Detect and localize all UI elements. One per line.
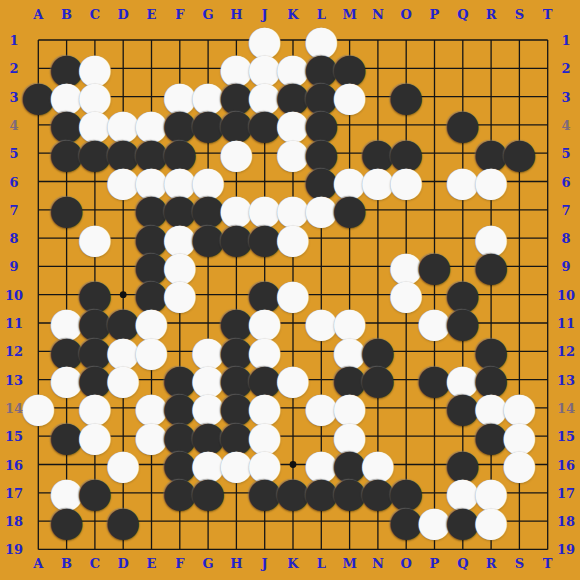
empty-point-C18[interactable] [81,507,109,535]
empty-point-F1[interactable] [166,26,194,54]
white-stone-J1[interactable]: ● [251,26,279,54]
black-stone-J8[interactable]: ● [251,224,279,252]
white-stone-G6[interactable]: ● [194,167,222,195]
empty-point-L15[interactable] [307,422,335,450]
empty-point-M1[interactable] [335,26,363,54]
empty-point-O14[interactable] [392,394,420,422]
black-stone-H12[interactable]: ● [222,337,250,365]
black-stone-H8[interactable]: ● [222,224,250,252]
white-stone-O6[interactable]: ● [392,167,420,195]
empty-point-J6[interactable] [251,167,279,195]
empty-point-G1[interactable] [194,26,222,54]
black-stone-M16[interactable]: ● [335,450,363,478]
empty-point-E17[interactable] [137,479,165,507]
empty-point-H17[interactable] [222,479,250,507]
black-stone-D5[interactable]: ● [109,139,137,167]
empty-point-N9[interactable] [364,252,392,280]
white-stone-J15[interactable]: ● [251,422,279,450]
white-stone-G16[interactable]: ● [194,450,222,478]
white-stone-M14[interactable]: ● [335,394,363,422]
empty-point-O1[interactable] [392,26,420,54]
black-stone-M2[interactable]: ● [335,54,363,82]
empty-point-K9[interactable] [279,252,307,280]
empty-point-H1[interactable] [222,26,250,54]
black-stone-J17[interactable]: ● [251,479,279,507]
black-stone-P13[interactable]: ● [420,365,448,393]
empty-point-G2[interactable] [194,54,222,82]
empty-point-S4[interactable] [505,111,533,139]
black-stone-L2[interactable]: ● [307,54,335,82]
white-stone-N16[interactable]: ● [364,450,392,478]
empty-point-S1[interactable] [505,26,533,54]
empty-point-R2[interactable] [477,54,505,82]
black-stone-H4[interactable]: ● [222,111,250,139]
empty-point-A5[interactable] [24,139,52,167]
white-stone-C15[interactable]: ● [81,422,109,450]
empty-point-L9[interactable] [307,252,335,280]
black-stone-B15[interactable]: ● [52,422,80,450]
black-stone-A3[interactable]: ● [24,82,52,110]
empty-point-J5[interactable] [251,139,279,167]
empty-point-S17[interactable] [505,479,533,507]
white-stone-K4[interactable]: ● [279,111,307,139]
empty-point-N15[interactable] [364,422,392,450]
black-stone-Q10[interactable]: ● [449,281,477,309]
empty-point-E13[interactable] [137,365,165,393]
empty-point-P8[interactable] [420,224,448,252]
white-stone-K5[interactable]: ● [279,139,307,167]
empty-point-R10[interactable] [477,281,505,309]
empty-point-O4[interactable] [392,111,420,139]
white-stone-Q17[interactable]: ● [449,479,477,507]
white-stone-M11[interactable]: ● [335,309,363,337]
white-stone-H2[interactable]: ● [222,54,250,82]
black-stone-N17[interactable]: ● [364,479,392,507]
empty-point-P7[interactable] [420,196,448,224]
empty-point-M18[interactable] [335,507,363,535]
white-stone-J16[interactable]: ● [251,450,279,478]
white-stone-J2[interactable]: ● [251,54,279,82]
empty-point-B6[interactable] [52,167,80,195]
empty-point-C9[interactable] [81,252,109,280]
empty-point-L18[interactable] [307,507,335,535]
black-stone-Q14[interactable]: ● [449,394,477,422]
white-stone-M6[interactable]: ● [335,167,363,195]
empty-point-O16[interactable] [392,450,420,478]
black-stone-R5[interactable]: ● [477,139,505,167]
black-stone-O18[interactable]: ● [392,507,420,535]
empty-point-S11[interactable] [505,309,533,337]
empty-point-D10[interactable] [109,281,137,309]
black-stone-N12[interactable]: ● [364,337,392,365]
empty-point-S10[interactable] [505,281,533,309]
empty-point-L8[interactable] [307,224,335,252]
black-stone-K17[interactable]: ● [279,479,307,507]
empty-point-E2[interactable] [137,54,165,82]
white-stone-H5[interactable]: ● [222,139,250,167]
empty-point-K18[interactable] [279,507,307,535]
black-stone-F17[interactable]: ● [166,479,194,507]
empty-point-D8[interactable] [109,224,137,252]
black-stone-C17[interactable]: ● [81,479,109,507]
black-stone-Q4[interactable]: ● [449,111,477,139]
black-stone-G15[interactable]: ● [194,422,222,450]
black-stone-E8[interactable]: ● [137,224,165,252]
white-stone-K13[interactable]: ● [279,365,307,393]
empty-point-P14[interactable] [420,394,448,422]
empty-point-H10[interactable] [222,281,250,309]
black-stone-L6[interactable]: ● [307,167,335,195]
empty-point-Q15[interactable] [449,422,477,450]
empty-point-G5[interactable] [194,139,222,167]
empty-point-N4[interactable] [364,111,392,139]
black-stone-M17[interactable]: ● [335,479,363,507]
empty-point-O2[interactable] [392,54,420,82]
empty-point-A15[interactable] [24,422,52,450]
white-stone-E12[interactable]: ● [137,337,165,365]
empty-point-B9[interactable] [52,252,80,280]
white-stone-S14[interactable]: ● [505,394,533,422]
empty-point-E3[interactable] [137,82,165,110]
empty-point-A4[interactable] [24,111,52,139]
black-stone-J4[interactable]: ● [251,111,279,139]
white-stone-F6[interactable]: ● [166,167,194,195]
black-stone-C10[interactable]: ● [81,281,109,309]
black-stone-G4[interactable]: ● [194,111,222,139]
black-stone-M13[interactable]: ● [335,365,363,393]
black-stone-F4[interactable]: ● [166,111,194,139]
empty-point-T6[interactable] [533,167,561,195]
empty-point-R16[interactable] [477,450,505,478]
white-stone-E14[interactable]: ● [137,394,165,422]
empty-point-O12[interactable] [392,337,420,365]
empty-point-S12[interactable] [505,337,533,365]
black-stone-L3[interactable]: ● [307,82,335,110]
black-stone-C5[interactable]: ● [81,139,109,167]
empty-point-M10[interactable] [335,281,363,309]
empty-point-P5[interactable] [420,139,448,167]
black-stone-N5[interactable]: ● [364,139,392,167]
white-stone-R8[interactable]: ● [477,224,505,252]
empty-point-P4[interactable] [420,111,448,139]
empty-point-O8[interactable] [392,224,420,252]
white-stone-K8[interactable]: ● [279,224,307,252]
white-stone-C8[interactable]: ● [81,224,109,252]
empty-point-R3[interactable] [477,82,505,110]
empty-point-G11[interactable] [194,309,222,337]
white-stone-E6[interactable]: ● [137,167,165,195]
black-stone-B4[interactable]: ● [52,111,80,139]
black-stone-F13[interactable]: ● [166,365,194,393]
empty-point-P2[interactable] [420,54,448,82]
empty-point-R11[interactable] [477,309,505,337]
black-stone-C13[interactable]: ● [81,365,109,393]
white-stone-H7[interactable]: ● [222,196,250,224]
empty-point-B8[interactable] [52,224,80,252]
empty-point-L12[interactable] [307,337,335,365]
empty-point-L10[interactable] [307,281,335,309]
white-stone-J12[interactable]: ● [251,337,279,365]
empty-point-K16[interactable] [279,450,307,478]
black-stone-C12[interactable]: ● [81,337,109,365]
white-stone-K10[interactable]: ● [279,281,307,309]
black-stone-F16[interactable]: ● [166,450,194,478]
empty-point-K14[interactable] [279,394,307,422]
black-stone-D11[interactable]: ● [109,309,137,337]
empty-point-N7[interactable] [364,196,392,224]
empty-point-A18[interactable] [24,507,52,535]
empty-point-Q9[interactable] [449,252,477,280]
empty-point-Q2[interactable] [449,54,477,82]
empty-point-S2[interactable] [505,54,533,82]
black-stone-H14[interactable]: ● [222,394,250,422]
empty-point-T2[interactable] [533,54,561,82]
black-stone-G7[interactable]: ● [194,196,222,224]
empty-point-P3[interactable] [420,82,448,110]
empty-point-M5[interactable] [335,139,363,167]
empty-point-K12[interactable] [279,337,307,365]
white-stone-C14[interactable]: ● [81,394,109,422]
empty-point-D9[interactable] [109,252,137,280]
empty-point-K6[interactable] [279,167,307,195]
empty-point-T7[interactable] [533,196,561,224]
white-stone-F10[interactable]: ● [166,281,194,309]
white-stone-F8[interactable]: ● [166,224,194,252]
white-stone-E11[interactable]: ● [137,309,165,337]
black-stone-H13[interactable]: ● [222,365,250,393]
white-stone-G3[interactable]: ● [194,82,222,110]
empty-point-E18[interactable] [137,507,165,535]
white-stone-G14[interactable]: ● [194,394,222,422]
white-stone-F9[interactable]: ● [166,252,194,280]
white-stone-C4[interactable]: ● [81,111,109,139]
empty-point-N1[interactable] [364,26,392,54]
black-stone-O17[interactable]: ● [392,479,420,507]
white-stone-K2[interactable]: ● [279,54,307,82]
empty-point-K1[interactable] [279,26,307,54]
empty-point-B16[interactable] [52,450,80,478]
empty-point-P17[interactable] [420,479,448,507]
empty-point-C7[interactable] [81,196,109,224]
empty-point-A2[interactable] [24,54,52,82]
white-stone-E15[interactable]: ● [137,422,165,450]
black-stone-G8[interactable]: ● [194,224,222,252]
empty-point-S13[interactable] [505,365,533,393]
white-stone-K7[interactable]: ● [279,196,307,224]
white-stone-L1[interactable]: ● [307,26,335,54]
empty-point-H18[interactable] [222,507,250,535]
white-stone-H16[interactable]: ● [222,450,250,478]
black-stone-L5[interactable]: ● [307,139,335,167]
empty-point-A7[interactable] [24,196,52,224]
white-stone-J3[interactable]: ● [251,82,279,110]
empty-point-T4[interactable] [533,111,561,139]
empty-point-Q7[interactable] [449,196,477,224]
empty-point-G18[interactable] [194,507,222,535]
white-stone-D16[interactable]: ● [109,450,137,478]
empty-point-G10[interactable] [194,281,222,309]
white-stone-D12[interactable]: ● [109,337,137,365]
empty-point-F2[interactable] [166,54,194,82]
black-stone-R15[interactable]: ● [477,422,505,450]
white-stone-M3[interactable]: ● [335,82,363,110]
empty-point-F12[interactable] [166,337,194,365]
empty-point-A9[interactable] [24,252,52,280]
empty-point-A8[interactable] [24,224,52,252]
empty-point-P1[interactable] [420,26,448,54]
empty-point-N8[interactable] [364,224,392,252]
white-stone-J14[interactable]: ● [251,394,279,422]
empty-point-Q5[interactable] [449,139,477,167]
empty-point-K15[interactable] [279,422,307,450]
white-stone-B3[interactable]: ● [52,82,80,110]
empty-point-D2[interactable] [109,54,137,82]
white-stone-M12[interactable]: ● [335,337,363,365]
black-stone-R9[interactable]: ● [477,252,505,280]
white-stone-J7[interactable]: ● [251,196,279,224]
white-stone-B11[interactable]: ● [52,309,80,337]
white-stone-R14[interactable]: ● [477,394,505,422]
empty-point-S7[interactable] [505,196,533,224]
empty-point-A16[interactable] [24,450,52,478]
black-stone-S5[interactable]: ● [505,139,533,167]
empty-point-D3[interactable] [109,82,137,110]
empty-point-S9[interactable] [505,252,533,280]
empty-point-B1[interactable] [52,26,80,54]
white-stone-P18[interactable]: ● [420,507,448,535]
empty-point-M8[interactable] [335,224,363,252]
empty-point-S3[interactable] [505,82,533,110]
empty-point-H6[interactable] [222,167,250,195]
black-stone-J13[interactable]: ● [251,365,279,393]
empty-point-N3[interactable] [364,82,392,110]
empty-point-J9[interactable] [251,252,279,280]
empty-point-J18[interactable] [251,507,279,535]
black-stone-H3[interactable]: ● [222,82,250,110]
black-stone-O5[interactable]: ● [392,139,420,167]
white-stone-E4[interactable]: ● [137,111,165,139]
empty-point-D7[interactable] [109,196,137,224]
black-stone-L17[interactable]: ● [307,479,335,507]
white-stone-D13[interactable]: ● [109,365,137,393]
white-stone-L11[interactable]: ● [307,309,335,337]
empty-point-S18[interactable] [505,507,533,535]
white-stone-R17[interactable]: ● [477,479,505,507]
black-stone-L4[interactable]: ● [307,111,335,139]
empty-point-T8[interactable] [533,224,561,252]
white-stone-B13[interactable]: ● [52,365,80,393]
empty-point-D1[interactable] [109,26,137,54]
empty-point-N2[interactable] [364,54,392,82]
empty-point-A12[interactable] [24,337,52,365]
empty-point-M4[interactable] [335,111,363,139]
empty-point-N14[interactable] [364,394,392,422]
empty-point-Q1[interactable] [449,26,477,54]
empty-point-H9[interactable] [222,252,250,280]
empty-point-O13[interactable] [392,365,420,393]
empty-point-N11[interactable] [364,309,392,337]
empty-point-P12[interactable] [420,337,448,365]
black-stone-G17[interactable]: ● [194,479,222,507]
white-stone-D4[interactable]: ● [109,111,137,139]
white-stone-J11[interactable]: ● [251,309,279,337]
black-stone-B2[interactable]: ● [52,54,80,82]
empty-point-E1[interactable] [137,26,165,54]
empty-point-A1[interactable] [24,26,52,54]
empty-point-B14[interactable] [52,394,80,422]
black-stone-K3[interactable]: ● [279,82,307,110]
empty-point-O11[interactable] [392,309,420,337]
empty-point-T1[interactable] [533,26,561,54]
white-stone-P11[interactable]: ● [420,309,448,337]
black-stone-R12[interactable]: ● [477,337,505,365]
black-stone-E9[interactable]: ● [137,252,165,280]
empty-point-O7[interactable] [392,196,420,224]
white-stone-L16[interactable]: ● [307,450,335,478]
empty-point-T5[interactable] [533,139,561,167]
empty-point-A17[interactable] [24,479,52,507]
black-stone-F5[interactable]: ● [166,139,194,167]
empty-point-S8[interactable] [505,224,533,252]
black-stone-F7[interactable]: ● [166,196,194,224]
white-stone-L14[interactable]: ● [307,394,335,422]
black-stone-B5[interactable]: ● [52,139,80,167]
empty-point-R7[interactable] [477,196,505,224]
white-stone-Q13[interactable]: ● [449,365,477,393]
empty-point-T9[interactable] [533,252,561,280]
white-stone-Q6[interactable]: ● [449,167,477,195]
white-stone-S15[interactable]: ● [505,422,533,450]
black-stone-B18[interactable]: ● [52,507,80,535]
empty-point-T3[interactable] [533,82,561,110]
empty-point-B10[interactable] [52,281,80,309]
white-stone-F3[interactable]: ● [166,82,194,110]
white-stone-O10[interactable]: ● [392,281,420,309]
empty-point-Q3[interactable] [449,82,477,110]
empty-point-P15[interactable] [420,422,448,450]
empty-point-C1[interactable] [81,26,109,54]
white-stone-G12[interactable]: ● [194,337,222,365]
empty-point-N18[interactable] [364,507,392,535]
empty-point-F18[interactable] [166,507,194,535]
white-stone-C3[interactable]: ● [81,82,109,110]
empty-point-M9[interactable] [335,252,363,280]
empty-point-F11[interactable] [166,309,194,337]
empty-point-A13[interactable] [24,365,52,393]
white-stone-S16[interactable]: ● [505,450,533,478]
white-stone-B17[interactable]: ● [52,479,80,507]
empty-point-D14[interactable] [109,394,137,422]
black-stone-Q18[interactable]: ● [449,507,477,535]
black-stone-M7[interactable]: ● [335,196,363,224]
black-stone-O3[interactable]: ● [392,82,420,110]
empty-point-D15[interactable] [109,422,137,450]
empty-point-Q8[interactable] [449,224,477,252]
empty-point-P10[interactable] [420,281,448,309]
empty-point-C16[interactable] [81,450,109,478]
empty-point-A6[interactable] [24,167,52,195]
empty-point-L13[interactable] [307,365,335,393]
black-stone-P9[interactable]: ● [420,252,448,280]
black-stone-E5[interactable]: ● [137,139,165,167]
white-stone-R18[interactable]: ● [477,507,505,535]
black-stone-H15[interactable]: ● [222,422,250,450]
empty-point-A10[interactable] [24,281,52,309]
black-stone-F14[interactable]: ● [166,394,194,422]
black-stone-B12[interactable]: ● [52,337,80,365]
black-stone-R13[interactable]: ● [477,365,505,393]
white-stone-G13[interactable]: ● [194,365,222,393]
